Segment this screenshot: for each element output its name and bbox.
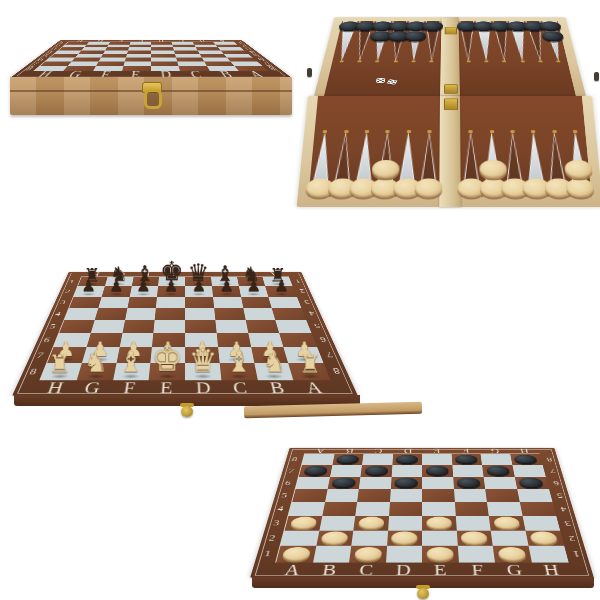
board-square xyxy=(285,516,323,531)
checker-black xyxy=(539,21,562,31)
board-square xyxy=(332,454,364,465)
board-square xyxy=(512,465,546,477)
board-square xyxy=(211,277,239,287)
board-square xyxy=(154,320,186,333)
chess-board-photo: HHGGFFEEDDCCBBAA1122334455667788♜♞♝♚♛♝♞♜… xyxy=(4,198,372,434)
board-square xyxy=(86,333,122,348)
board-square xyxy=(391,465,422,477)
clasp-icon xyxy=(178,403,196,419)
board-square xyxy=(185,347,220,363)
board-square xyxy=(76,363,116,381)
board-square xyxy=(158,277,185,287)
board-square xyxy=(82,347,120,363)
board-square xyxy=(453,477,486,490)
board-square xyxy=(422,530,458,546)
squares-area xyxy=(35,42,268,71)
clasp-icon xyxy=(139,82,163,108)
board-square xyxy=(452,465,484,477)
hinge-icon xyxy=(445,27,457,34)
hinge-icon xyxy=(444,99,458,111)
board-square xyxy=(360,465,392,477)
point-tip-dot xyxy=(385,130,389,133)
board-square xyxy=(355,502,390,516)
point-tip-dot xyxy=(489,130,493,133)
board-plane: AABBCCDDEEFFGGHH8877665544332211 xyxy=(250,448,594,578)
board-square xyxy=(214,308,246,320)
board-square xyxy=(422,454,452,465)
board-square xyxy=(129,286,158,296)
board-square xyxy=(284,347,324,363)
board-square xyxy=(422,477,454,490)
board-square xyxy=(64,66,97,71)
board-square xyxy=(517,489,553,502)
board-square xyxy=(288,502,325,516)
board-square xyxy=(330,465,363,477)
board-square xyxy=(455,516,491,531)
point-tip-dot xyxy=(344,130,348,133)
board-square xyxy=(59,320,95,333)
board-square xyxy=(98,297,130,308)
board-square xyxy=(219,363,257,381)
board-square xyxy=(276,546,316,563)
board-square xyxy=(489,516,526,531)
board-square xyxy=(185,308,216,320)
board-square xyxy=(74,286,105,296)
board-square xyxy=(152,333,185,348)
board-square xyxy=(353,516,389,531)
board-square xyxy=(151,66,181,71)
board-square xyxy=(268,297,301,308)
clasp-knob xyxy=(181,406,193,417)
board-square xyxy=(457,546,495,563)
point-tip-dot xyxy=(469,130,473,133)
board-square xyxy=(125,308,157,320)
board-square xyxy=(149,363,186,381)
checkers-board: AABBCCDDEEFFGGHH8877665544332211 xyxy=(250,408,596,578)
board-square xyxy=(122,320,155,333)
board-square xyxy=(296,477,331,490)
board-square xyxy=(248,333,284,348)
board-square xyxy=(325,489,360,502)
board-square xyxy=(215,320,248,333)
board-square xyxy=(359,477,392,490)
board-square xyxy=(265,286,296,296)
board-square xyxy=(69,297,102,308)
board-square xyxy=(116,347,153,363)
board-square xyxy=(102,286,132,296)
board-square xyxy=(47,347,87,363)
board-square xyxy=(422,489,455,502)
point-tip-dot xyxy=(365,130,369,133)
product-photo-canvas: HHGGFFEEDDCCBBAA1122334455667788 HHGGFFE… xyxy=(0,0,600,600)
board-square xyxy=(487,502,523,516)
board-square xyxy=(95,308,128,320)
closed-box-front xyxy=(10,77,292,115)
board-square xyxy=(272,308,306,320)
squares-area xyxy=(40,277,329,380)
board-square xyxy=(522,516,560,531)
board-square xyxy=(519,502,556,516)
clasp-knob xyxy=(417,588,429,599)
point-tip-dot xyxy=(510,130,514,133)
board-square xyxy=(481,454,513,465)
board-square xyxy=(456,530,493,546)
board-square xyxy=(491,530,529,546)
board-square xyxy=(105,277,134,287)
checkers-board-photo: AABBCCDDEEFFGGHH8877665544332211 xyxy=(244,404,600,600)
board-plane: HHGGFFEEDDCCBBAA1122334455667788 xyxy=(10,40,292,78)
clasp-icon xyxy=(414,585,432,600)
board-square xyxy=(454,502,489,516)
closed-box-top: HHGGFFEEDDCCBBAA1122334455667788 xyxy=(10,16,292,78)
board-square xyxy=(349,546,387,563)
latch-icon xyxy=(594,72,599,81)
board-square xyxy=(218,347,255,363)
board-square xyxy=(245,320,280,333)
board-square xyxy=(292,489,328,502)
board-square xyxy=(127,297,158,308)
board-square xyxy=(390,489,423,502)
board-square xyxy=(155,308,186,320)
board-square xyxy=(357,489,391,502)
board-square xyxy=(212,286,241,296)
backgammon-half-plane xyxy=(297,96,600,207)
board-square xyxy=(262,277,292,287)
board-square xyxy=(482,465,515,477)
board-square xyxy=(239,286,269,296)
board-square xyxy=(510,454,543,465)
board-square xyxy=(241,297,273,308)
backgammon-lower-half xyxy=(308,96,598,206)
board-square xyxy=(279,333,317,348)
checker-wood xyxy=(479,160,507,179)
board-square xyxy=(113,363,151,381)
chess-board: HHGGFFEEDDCCBBAA1122334455667788♜♞♝♚♛♝♞♜… xyxy=(12,210,362,396)
latch-icon xyxy=(307,68,312,77)
board-square xyxy=(362,454,393,465)
board-square xyxy=(156,297,185,308)
board-square xyxy=(299,465,333,477)
board-square xyxy=(313,546,352,563)
board-square xyxy=(422,502,456,516)
board-square xyxy=(179,66,210,71)
board-square xyxy=(91,320,126,333)
board-square xyxy=(288,363,330,381)
board-square xyxy=(53,333,91,348)
squares-area xyxy=(276,454,568,562)
checker-black xyxy=(541,31,565,41)
board-square xyxy=(525,530,564,546)
board-square xyxy=(243,308,276,320)
point-tip-dot xyxy=(323,130,327,133)
board-square xyxy=(185,320,217,333)
board-square xyxy=(387,530,423,546)
board-square xyxy=(280,530,319,546)
board-square xyxy=(392,454,422,465)
board-square xyxy=(157,286,185,296)
board-square xyxy=(388,516,423,531)
backgammon-half-plane xyxy=(314,17,586,96)
board-square xyxy=(237,277,266,287)
board-square xyxy=(119,333,154,348)
board-square xyxy=(234,66,268,71)
board-square xyxy=(185,277,212,287)
board-plane: HHGGFFEEDDCCBBAA1122334455667788♜♞♝♚♛♝♞♜… xyxy=(12,272,358,396)
board-square xyxy=(254,363,294,381)
board-square xyxy=(351,530,388,546)
board-square xyxy=(185,297,214,308)
closed-box-photo: HHGGFFEEDDCCBBAA1122334455667788 xyxy=(6,16,296,120)
board-square xyxy=(514,477,549,490)
board-square xyxy=(151,347,186,363)
board-square xyxy=(122,66,152,71)
board-square xyxy=(319,516,356,531)
board-square xyxy=(275,320,311,333)
board-square xyxy=(316,530,354,546)
board-square xyxy=(131,277,159,287)
board-square xyxy=(78,277,108,287)
board-square xyxy=(528,546,568,563)
board-square xyxy=(213,297,244,308)
point-tip-dot xyxy=(406,130,410,133)
board-square xyxy=(386,546,423,563)
board-square xyxy=(322,502,358,516)
point-tip-dot xyxy=(427,130,431,133)
board-square xyxy=(422,546,459,563)
board-square xyxy=(327,477,361,490)
board-square xyxy=(93,66,124,71)
point-tip-dot xyxy=(573,130,577,133)
board-square xyxy=(493,546,532,563)
board-square xyxy=(185,286,213,296)
board-square xyxy=(216,333,251,348)
point-tip-dot xyxy=(552,130,556,133)
board-square xyxy=(422,465,453,477)
backgammon-photo xyxy=(306,0,600,208)
board-square xyxy=(451,454,482,465)
board-square xyxy=(390,477,422,490)
board-square xyxy=(185,363,222,381)
board-square xyxy=(389,502,423,516)
board-square xyxy=(302,454,335,465)
board-square xyxy=(185,333,218,348)
board-square xyxy=(251,347,289,363)
board-square xyxy=(422,516,457,531)
board-square xyxy=(454,489,488,502)
point-tip-dot xyxy=(531,130,535,133)
clasp-hasp xyxy=(144,89,162,109)
board-square xyxy=(485,489,520,502)
backgammon-upper-half xyxy=(314,2,586,96)
board-square xyxy=(484,477,518,490)
board-square xyxy=(64,308,98,320)
